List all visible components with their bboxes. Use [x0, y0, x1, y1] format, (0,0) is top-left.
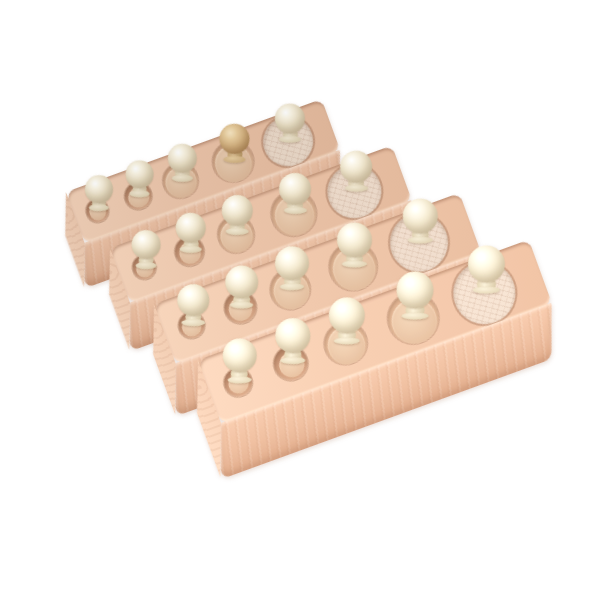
knob-cylinder-b4-s2[interactable] [275, 318, 310, 368]
knob-collar [89, 205, 109, 212]
knob-ball [220, 124, 250, 154]
knob-cylinder-b2-s2[interactable] [176, 213, 206, 257]
knob-ball [222, 195, 253, 226]
knob-cylinder-b4-s4[interactable] [397, 272, 434, 324]
knob-collar [135, 262, 156, 269]
montessori-cylinder-blocks-scene [0, 0, 600, 600]
knob-collar [172, 174, 193, 181]
knob-cylinder-b1-s2[interactable] [126, 160, 154, 201]
knob-collar [473, 287, 500, 294]
knob-collar [224, 155, 246, 162]
knob-ball [275, 246, 309, 280]
knob-cylinder-b1-s1[interactable] [85, 175, 113, 215]
knob-ball [176, 213, 206, 243]
knob-collar [284, 207, 307, 214]
knob-collar [344, 185, 367, 192]
knob-collar [279, 135, 301, 142]
knob-ball [397, 272, 434, 309]
knob-collar [230, 301, 254, 308]
knob-ball [131, 230, 160, 259]
knob-cylinder-b1-s4-tan[interactable] [220, 124, 250, 167]
knob-cylinder-b3-s4[interactable] [337, 222, 372, 271]
knob-collar [226, 228, 249, 235]
knob-collar [280, 283, 304, 290]
knob-ball [329, 298, 365, 334]
knob-collar [342, 260, 367, 267]
knob-ball [275, 318, 310, 353]
knob-collar [180, 245, 202, 252]
knob-collar [228, 376, 252, 383]
knob-cylinder-b2-s3[interactable] [222, 195, 253, 239]
knob-ball [126, 160, 154, 188]
knob-ball [225, 265, 258, 298]
knob-cylinder-b3-s2[interactable] [225, 265, 258, 312]
knob-ball [168, 144, 197, 173]
knob-collar [408, 236, 433, 243]
knob-cylinder-b1-s3[interactable] [168, 144, 197, 186]
knob-ball [337, 222, 372, 257]
knob-collar [334, 337, 360, 344]
knob-collar [402, 312, 429, 319]
knob-cylinder-b4-s1[interactable] [223, 339, 257, 388]
knob-ball [279, 173, 311, 205]
knob-cylinder-b3-s1[interactable] [177, 284, 209, 330]
knob-cylinder-b2-s4[interactable] [279, 173, 311, 218]
knob-cylinder-b4-s3[interactable] [329, 298, 365, 349]
knob-cylinder-b3-s3[interactable] [275, 246, 309, 294]
knob-ball [85, 175, 113, 203]
knob-ball [223, 339, 257, 373]
knob-ball [403, 198, 438, 233]
knob-ball [275, 104, 305, 134]
knob-cylinder-b3-s5[interactable] [403, 198, 438, 247]
knob-cylinder-b4-s5[interactable] [468, 246, 505, 298]
knob-ball [468, 246, 505, 283]
knob-cylinder-b1-s5[interactable] [275, 104, 305, 147]
knob-collar [280, 357, 305, 364]
knob-cylinder-b2-s1[interactable] [131, 230, 160, 273]
knob-cylinder-b2-s5[interactable] [340, 151, 372, 196]
knob-ball [177, 284, 209, 316]
knob-collar [130, 190, 150, 197]
knob-ball [340, 151, 372, 183]
knob-collar [181, 319, 204, 326]
